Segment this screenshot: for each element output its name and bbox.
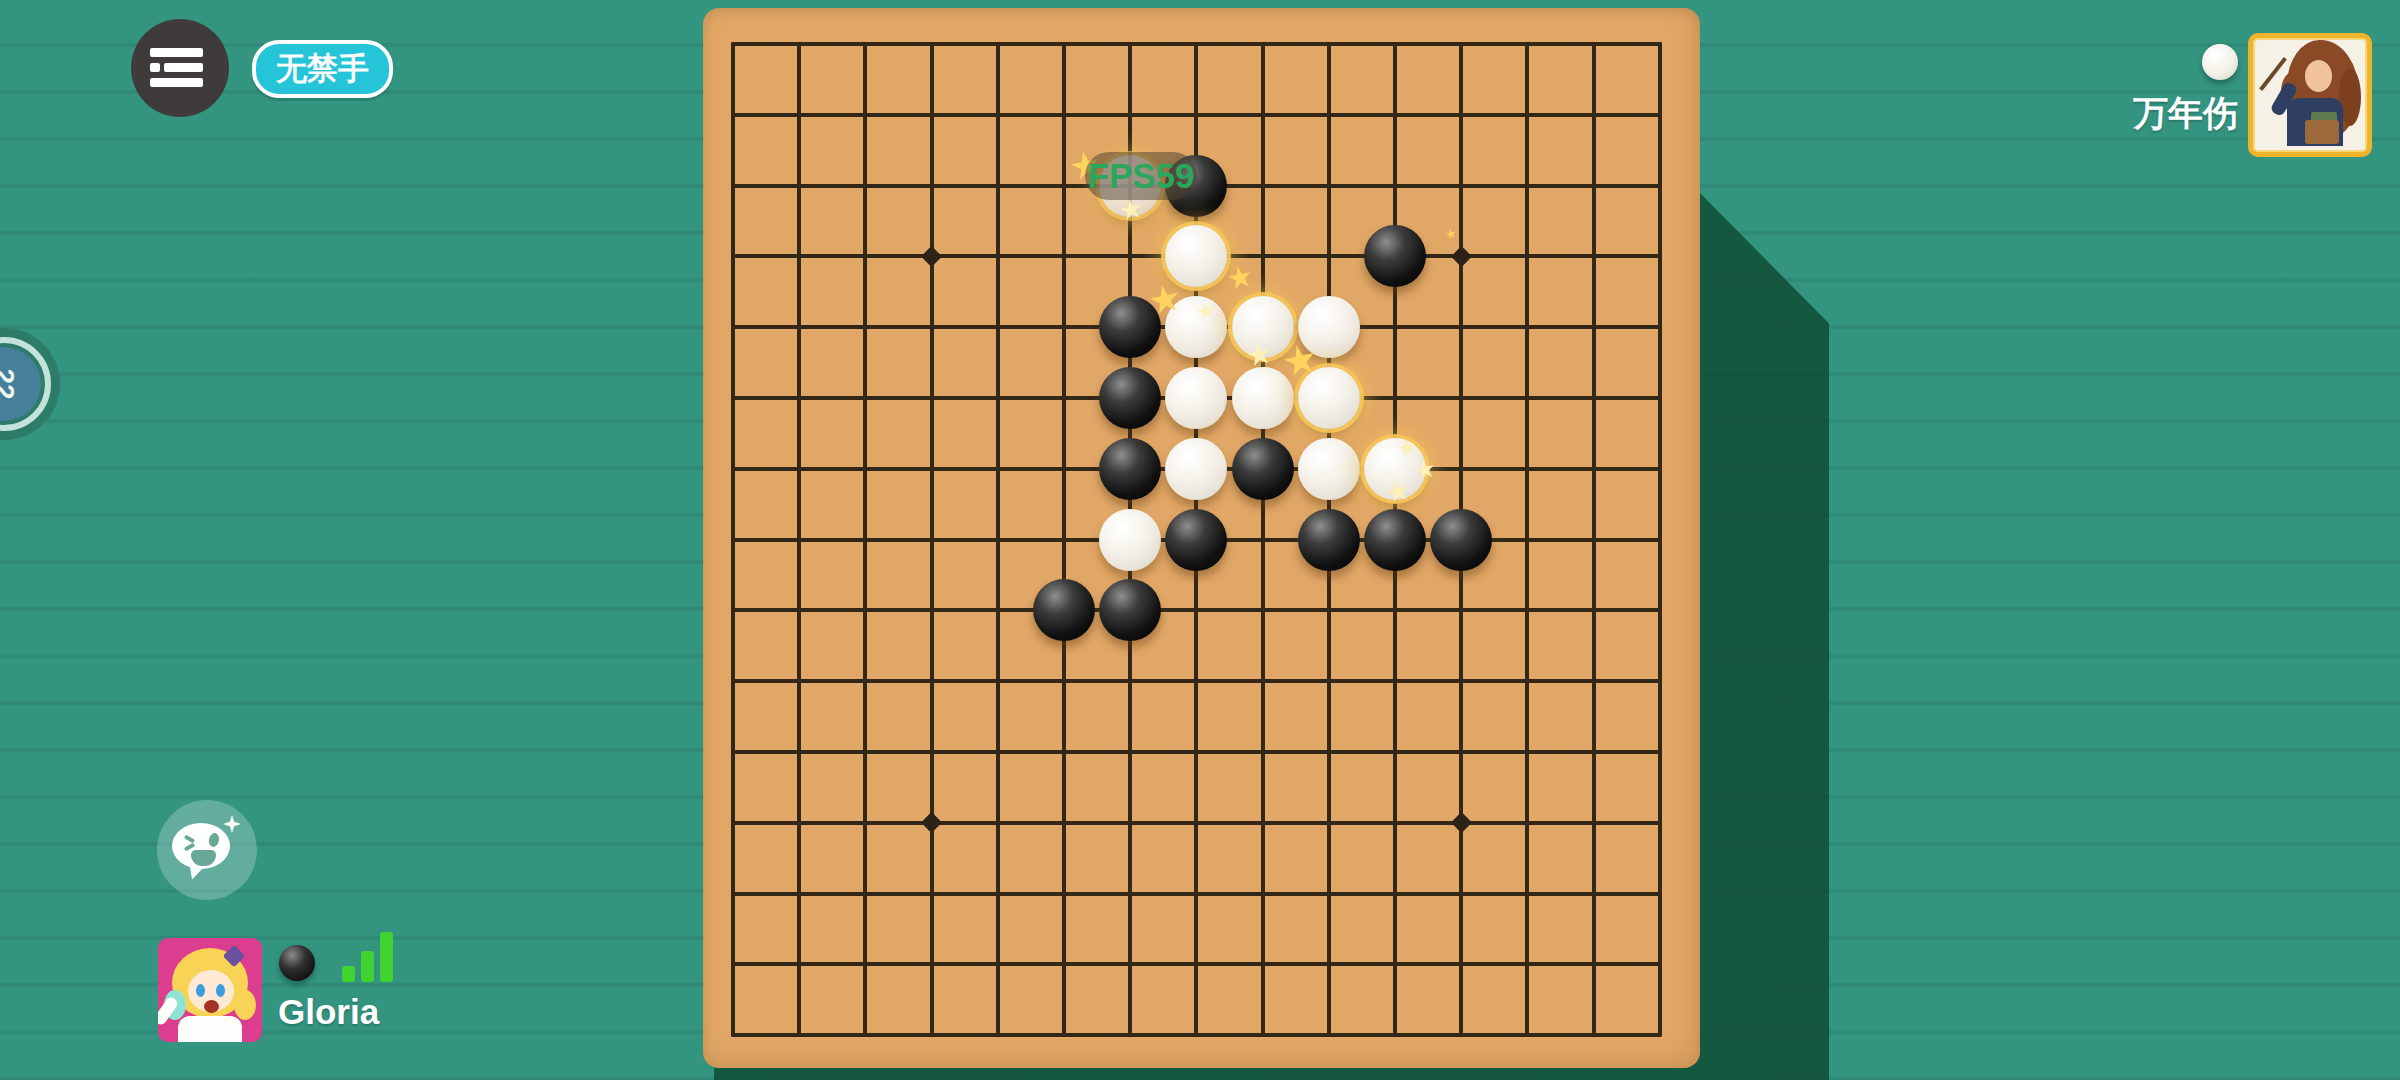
sparkle-star — [1226, 264, 1254, 292]
avatar-eye — [196, 984, 205, 997]
sparkle-effects — [703, 8, 1700, 1068]
hamburger-icon-notch — [150, 63, 160, 72]
rule-badge: 无禁手 — [252, 40, 393, 98]
game-screen: FPS59 无禁手 22 万年伤 — [0, 0, 2400, 1080]
sparkle-star — [1445, 228, 1457, 240]
sparkle-star — [1385, 479, 1411, 505]
chat-emote-button[interactable] — [157, 800, 257, 900]
player-white-name: 万年伤 — [2060, 90, 2238, 137]
sparkle-star — [1396, 437, 1417, 458]
four-point-star-icon — [223, 815, 241, 833]
sparkle-star — [1147, 282, 1183, 318]
sparkle-star — [1245, 341, 1273, 369]
signal-bar — [342, 966, 355, 982]
avatar-book — [2305, 120, 2339, 144]
signal-bar — [380, 932, 393, 982]
avatar-body — [178, 1016, 242, 1042]
sparkle-star — [1413, 458, 1437, 482]
hamburger-icon — [150, 78, 203, 87]
timer-value: 22 — [0, 368, 20, 399]
board-cast-shadow — [1697, 190, 1829, 1080]
hamburger-icon — [150, 48, 203, 57]
gomoku-board[interactable]: FPS59 — [703, 8, 1700, 1068]
player-black-name: Gloria — [278, 992, 379, 1032]
player-black-avatar[interactable] — [158, 938, 262, 1042]
white-stone-indicator — [2202, 44, 2238, 80]
signal-bar — [361, 951, 374, 982]
connection-signal-bars — [342, 932, 396, 982]
sparkle-star — [1281, 342, 1319, 380]
turn-timer: 22 — [0, 328, 60, 440]
sparkle-star — [1118, 197, 1144, 223]
avatar-mouth — [204, 1000, 219, 1013]
sparkle-star — [1195, 300, 1216, 321]
avatar-eye — [216, 984, 225, 997]
hamburger-icon — [164, 63, 203, 72]
rule-badge-label: 无禁手 — [276, 48, 369, 90]
fps-overlay: FPS59 — [1085, 152, 1197, 200]
menu-button[interactable] — [131, 19, 229, 117]
avatar-hair-tuft — [234, 990, 256, 1020]
black-stone-indicator — [279, 945, 315, 981]
player-white-avatar[interactable] — [2248, 33, 2372, 157]
fps-text: FPS59 — [1088, 156, 1195, 196]
avatar-face — [2305, 60, 2332, 92]
